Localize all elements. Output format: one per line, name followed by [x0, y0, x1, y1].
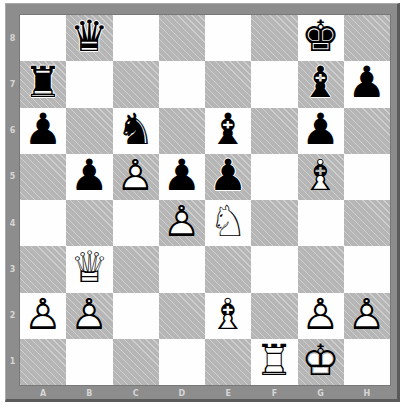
white-knight-piece: ♞♘	[205, 200, 251, 246]
square-a7[interactable]: ♜	[20, 61, 66, 107]
square-a4[interactable]	[20, 200, 66, 246]
black-pawn-piece: ♟	[20, 108, 66, 154]
square-c4[interactable]	[113, 200, 159, 246]
black-queen-piece: ♛	[66, 15, 112, 61]
square-f6[interactable]	[251, 108, 297, 154]
square-a3[interactable]	[20, 246, 66, 292]
square-g2[interactable]: ♟♙	[298, 293, 344, 339]
square-g7[interactable]: ♝	[298, 61, 344, 107]
square-c2[interactable]	[113, 293, 159, 339]
square-f8[interactable]	[251, 15, 297, 61]
black-bishop-piece: ♝	[205, 108, 251, 154]
square-c7[interactable]	[113, 61, 159, 107]
square-c8[interactable]	[113, 15, 159, 61]
white-pawn-piece: ♟♙	[344, 293, 390, 339]
white-king-piece: ♚♔	[298, 339, 344, 385]
black-pawn-piece: ♟	[298, 108, 344, 154]
square-h1[interactable]	[344, 339, 390, 385]
white-rook-piece: ♜♖	[251, 339, 297, 385]
square-c1[interactable]	[113, 339, 159, 385]
square-h4[interactable]	[344, 200, 390, 246]
square-f1[interactable]: ♜♖	[251, 339, 297, 385]
square-d3[interactable]	[159, 246, 205, 292]
black-bishop-piece: ♝	[298, 61, 344, 107]
square-c6[interactable]: ♞	[113, 108, 159, 154]
square-g3[interactable]	[298, 246, 344, 292]
square-e3[interactable]	[205, 246, 251, 292]
square-c5[interactable]: ♟♙	[113, 154, 159, 200]
square-f4[interactable]	[251, 200, 297, 246]
rank-label-6: 6	[6, 108, 19, 154]
white-pawn-piece: ♟♙	[159, 200, 205, 246]
white-pawn-piece: ♟♙	[66, 293, 112, 339]
square-a5[interactable]	[20, 154, 66, 200]
file-label-f: F	[251, 386, 297, 400]
white-pawn-piece: ♟♙	[298, 293, 344, 339]
square-h2[interactable]: ♟♙	[344, 293, 390, 339]
black-rook-piece: ♜	[20, 61, 66, 107]
square-d4[interactable]: ♟♙	[159, 200, 205, 246]
file-label-a: A	[20, 386, 66, 400]
square-a1[interactable]	[20, 339, 66, 385]
square-e2[interactable]: ♝♗	[205, 293, 251, 339]
rank-label-1: 1	[6, 339, 19, 385]
square-e8[interactable]	[205, 15, 251, 61]
square-e1[interactable]	[205, 339, 251, 385]
square-g4[interactable]	[298, 200, 344, 246]
black-pawn-piece: ♟	[66, 154, 112, 200]
black-pawn-piece: ♟	[344, 61, 390, 107]
white-bishop-piece: ♝♗	[205, 293, 251, 339]
square-e6[interactable]: ♝	[205, 108, 251, 154]
square-b4[interactable]	[66, 200, 112, 246]
file-label-g: G	[298, 386, 344, 400]
square-g6[interactable]: ♟	[298, 108, 344, 154]
square-h5[interactable]	[344, 154, 390, 200]
square-e5[interactable]: ♟	[205, 154, 251, 200]
white-bishop-piece: ♝♗	[298, 154, 344, 200]
black-knight-piece: ♞	[113, 108, 159, 154]
square-a2[interactable]: ♟♙	[20, 293, 66, 339]
square-b7[interactable]	[66, 61, 112, 107]
square-f3[interactable]	[251, 246, 297, 292]
square-b2[interactable]: ♟♙	[66, 293, 112, 339]
square-b6[interactable]	[66, 108, 112, 154]
square-f5[interactable]	[251, 154, 297, 200]
square-b8[interactable]: ♛	[66, 15, 112, 61]
square-d2[interactable]	[159, 293, 205, 339]
square-d7[interactable]	[159, 61, 205, 107]
square-g8[interactable]: ♚	[298, 15, 344, 61]
black-pawn-piece: ♟	[205, 154, 251, 200]
rank-label-4: 4	[6, 200, 19, 246]
black-pawn-piece: ♟	[159, 154, 205, 200]
square-d5[interactable]: ♟	[159, 154, 205, 200]
file-label-d: D	[159, 386, 205, 400]
file-label-e: E	[205, 386, 251, 400]
square-c3[interactable]	[113, 246, 159, 292]
square-h7[interactable]: ♟	[344, 61, 390, 107]
square-h8[interactable]	[344, 15, 390, 61]
square-f2[interactable]	[251, 293, 297, 339]
square-e7[interactable]	[205, 61, 251, 107]
square-h3[interactable]	[344, 246, 390, 292]
square-d1[interactable]	[159, 339, 205, 385]
square-g5[interactable]: ♝♗	[298, 154, 344, 200]
square-b5[interactable]: ♟	[66, 154, 112, 200]
square-b1[interactable]	[66, 339, 112, 385]
square-e4[interactable]: ♞♘	[205, 200, 251, 246]
white-pawn-piece: ♟♙	[113, 154, 159, 200]
square-b3[interactable]: ♛♕	[66, 246, 112, 292]
chess-diagram: ♛♚♜♝♟♟♞♝♟♟♟♙♟♟♝♗♟♙♞♘♛♕♟♙♟♙♝♗♟♙♟♙♜♖♚♔ 876…	[0, 0, 414, 414]
square-a8[interactable]	[20, 15, 66, 61]
rank-label-5: 5	[6, 154, 19, 200]
square-g1[interactable]: ♚♔	[298, 339, 344, 385]
file-label-h: H	[344, 386, 390, 400]
rank-label-2: 2	[6, 293, 19, 339]
chess-board: ♛♚♜♝♟♟♞♝♟♟♟♙♟♟♝♗♟♙♞♘♛♕♟♙♟♙♝♗♟♙♟♙♜♖♚♔	[20, 15, 390, 385]
square-a6[interactable]: ♟	[20, 108, 66, 154]
square-h6[interactable]	[344, 108, 390, 154]
white-pawn-piece: ♟♙	[20, 293, 66, 339]
square-f7[interactable]	[251, 61, 297, 107]
file-label-b: B	[66, 386, 112, 400]
rank-label-8: 8	[6, 15, 19, 61]
chess-board-frame: ♛♚♜♝♟♟♞♝♟♟♟♙♟♟♝♗♟♙♞♘♛♕♟♙♟♙♝♗♟♙♟♙♜♖♚♔ 876…	[5, 3, 400, 402]
square-d6[interactable]	[159, 108, 205, 154]
black-king-piece: ♚	[298, 15, 344, 61]
file-label-c: C	[113, 386, 159, 400]
square-d8[interactable]	[159, 15, 205, 61]
rank-label-7: 7	[6, 61, 19, 107]
white-queen-piece: ♛♕	[66, 246, 112, 292]
rank-label-3: 3	[6, 246, 19, 292]
